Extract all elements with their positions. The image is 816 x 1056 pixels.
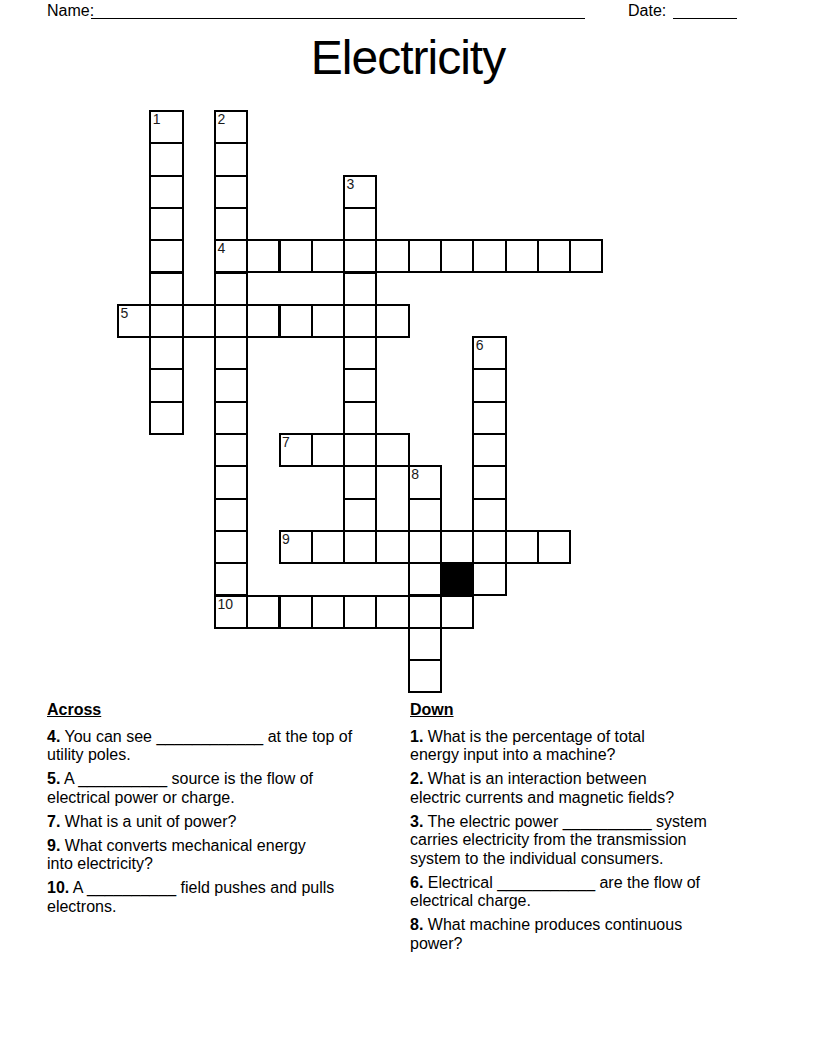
cell-r6-c1[interactable] (149, 304, 183, 338)
cell-r5-c7[interactable] (343, 272, 377, 306)
cell-r3-c7[interactable] (343, 207, 377, 241)
cell-r11-c3[interactable] (214, 465, 248, 499)
clue-number-label: 7. (47, 813, 60, 830)
cell-r15-c9[interactable] (408, 595, 442, 629)
cell-r5-c1[interactable] (149, 272, 183, 306)
clue-number-9: 9 (282, 532, 290, 546)
across-clues-section: Across 4. You can see ____________ at th… (47, 701, 417, 922)
cell-r13-c9[interactable] (408, 530, 442, 564)
clue-number-8: 8 (411, 467, 419, 481)
clue-down-1: 1. What is the percentage of total energ… (410, 728, 795, 765)
cell-r15-c7[interactable] (343, 595, 377, 629)
clue-across-5: 5. A __________ source is the flow of el… (47, 770, 417, 807)
clue-down-3: 3. The electric power __________ system … (410, 813, 795, 869)
cell-r3-c3[interactable] (214, 207, 248, 241)
cell-r13-c7[interactable] (343, 530, 377, 564)
cell-r5-c3[interactable] (214, 272, 248, 306)
cell-r9-c7[interactable] (343, 401, 377, 435)
clue-number-label: 6. (410, 874, 423, 891)
cell-r12-c7[interactable] (343, 498, 377, 532)
clue-number-label: 8. (410, 916, 423, 933)
cell-r16-c9[interactable] (408, 627, 442, 661)
clue-number-label: 5. (47, 770, 60, 787)
cell-r7-c7[interactable] (343, 336, 377, 370)
cell-r4-c12[interactable] (505, 239, 539, 273)
clue-down-8: 8. What machine produces continuous powe… (410, 916, 795, 953)
cell-r13-c8[interactable] (375, 530, 409, 564)
date-input-line[interactable] (673, 1, 737, 19)
clue-down-6: 6. Electrical ___________ are the flow o… (410, 874, 795, 911)
cell-r10-c11[interactable] (472, 433, 506, 467)
name-input-line[interactable] (91, 1, 585, 19)
cell-r13-c12[interactable] (505, 530, 539, 564)
cell-r17-c9[interactable] (408, 659, 442, 693)
cell-r7-c3[interactable] (214, 336, 248, 370)
cell-r14-c3[interactable] (214, 562, 248, 596)
cell-r6-c2[interactable] (182, 304, 216, 338)
cell-r8-c1[interactable] (149, 368, 183, 402)
cell-r10-c3[interactable] (214, 433, 248, 467)
cell-r13-c13[interactable] (537, 530, 571, 564)
cell-r13-c6[interactable] (311, 530, 345, 564)
cell-r15-c10[interactable] (440, 595, 474, 629)
across-clue-list: 4. You can see ____________ at the top o… (47, 728, 417, 917)
clue-number-label: 2. (410, 770, 423, 787)
cell-r13-c11[interactable] (472, 530, 506, 564)
cell-r4-c4[interactable] (246, 239, 280, 273)
clue-number-1: 1 (153, 112, 161, 126)
cell-r4-c5[interactable] (279, 239, 313, 273)
cell-r8-c7[interactable] (343, 368, 377, 402)
worksheet-page: { "game": "crossword", "header": { "name… (0, 0, 816, 1056)
cell-r4-c10[interactable] (440, 239, 474, 273)
black-cell (440, 562, 474, 596)
clue-across-7: 7. What is a unit of power? (47, 813, 417, 832)
cell-r13-c3[interactable] (214, 530, 248, 564)
cell-r2-c1[interactable] (149, 175, 183, 209)
crossword-grid: 12345678910 (117, 110, 605, 694)
clue-across-10: 10. A __________ field pushes and pulls … (47, 879, 417, 916)
clue-number-label: 9. (47, 837, 60, 854)
cell-r15-c4[interactable] (246, 595, 280, 629)
cell-r10-c7[interactable] (343, 433, 377, 467)
cell-r6-c3[interactable] (214, 304, 248, 338)
down-heading: Down (410, 701, 795, 720)
cell-r1-c1[interactable] (149, 142, 183, 176)
cell-r10-c8[interactable] (375, 433, 409, 467)
clue-across-9: 9. What converts mechanical energy into … (47, 837, 417, 874)
cell-r2-c3[interactable] (214, 175, 248, 209)
across-heading: Across (47, 701, 417, 720)
name-label: Name: (47, 2, 94, 20)
cell-r6-c4[interactable] (246, 304, 280, 338)
cell-r10-c6[interactable] (311, 433, 345, 467)
clue-number-4: 4 (217, 241, 225, 255)
cell-r12-c9[interactable] (408, 498, 442, 532)
cell-r4-c1[interactable] (149, 239, 183, 273)
cell-r6-c7[interactable] (343, 304, 377, 338)
cell-r15-c5[interactable] (279, 595, 313, 629)
clue-number-label: 4. (47, 728, 60, 745)
cell-r4-c8[interactable] (375, 239, 409, 273)
date-label: Date: (628, 2, 666, 20)
cell-r8-c3[interactable] (214, 368, 248, 402)
cell-r7-c1[interactable] (149, 336, 183, 370)
puzzle-title: Electricity (0, 30, 816, 85)
clue-number-3: 3 (347, 177, 355, 191)
cell-r8-c11[interactable] (472, 368, 506, 402)
cell-r3-c1[interactable] (149, 207, 183, 241)
clue-number-10: 10 (217, 597, 233, 611)
down-clues-section: Down 1. What is the percentage of total … (410, 701, 795, 959)
cell-r6-c5[interactable] (279, 304, 313, 338)
clue-number-6: 6 (476, 338, 484, 352)
clue-down-2: 2. What is an interaction between electr… (410, 770, 795, 807)
clue-number-7: 7 (282, 435, 290, 449)
cell-r4-c6[interactable] (311, 239, 345, 273)
cell-r4-c14[interactable] (569, 239, 603, 273)
cell-r4-c7[interactable] (343, 239, 377, 273)
cell-r4-c9[interactable] (408, 239, 442, 273)
cell-r14-c11[interactable] (472, 562, 506, 596)
clue-across-4: 4. You can see ____________ at the top o… (47, 728, 417, 765)
clue-number-label: 3. (410, 813, 423, 830)
cell-r13-c10[interactable] (440, 530, 474, 564)
clue-number-2: 2 (217, 112, 225, 126)
clue-number-label: 10. (47, 879, 69, 896)
cell-r15-c8[interactable] (375, 595, 409, 629)
cell-r12-c3[interactable] (214, 498, 248, 532)
cell-r4-c13[interactable] (537, 239, 571, 273)
cell-r9-c1[interactable] (149, 401, 183, 435)
cell-r15-c6[interactable] (311, 595, 345, 629)
cell-r14-c9[interactable] (408, 562, 442, 596)
cell-r9-c11[interactable] (472, 401, 506, 435)
clue-number-label: 1. (410, 728, 423, 745)
cell-r6-c8[interactable] (375, 304, 409, 338)
clue-number-5: 5 (121, 306, 129, 320)
down-clue-list: 1. What is the percentage of total energ… (410, 728, 795, 954)
cell-r4-c11[interactable] (472, 239, 506, 273)
cell-r11-c7[interactable] (343, 465, 377, 499)
cell-r11-c11[interactable] (472, 465, 506, 499)
cell-r1-c3[interactable] (214, 142, 248, 176)
cell-r9-c3[interactable] (214, 401, 248, 435)
cell-r12-c11[interactable] (472, 498, 506, 532)
cell-r6-c6[interactable] (311, 304, 345, 338)
